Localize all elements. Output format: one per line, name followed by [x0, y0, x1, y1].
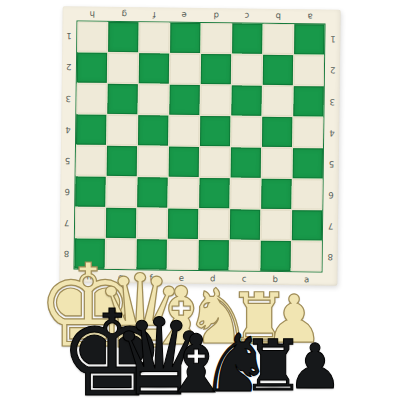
- coordinate-label-3: 3: [326, 86, 338, 117]
- coordinate-label-g: g: [108, 8, 140, 20]
- board-square-b8: [260, 241, 290, 271]
- board-square-e7: [168, 209, 198, 239]
- board-square-f6: [137, 177, 167, 207]
- product-photo: hgfedcba hgfedcba 12345678 12345678 ♚♛♝♞…: [0, 0, 400, 400]
- board-square-h1: [77, 21, 107, 51]
- coordinate-label-5: 5: [62, 145, 74, 176]
- coordinate-label-8: 8: [324, 241, 336, 272]
- rank-labels-right: 12345678: [324, 24, 339, 273]
- board-square-d7: [199, 209, 229, 239]
- coordinate-label-f: f: [140, 8, 169, 20]
- board-square-a2: [294, 55, 324, 85]
- coordinate-label-4: 4: [326, 117, 338, 148]
- board-square-c6: [230, 178, 260, 208]
- coordinate-label-2: 2: [63, 51, 75, 82]
- coordinate-label-6: 6: [325, 179, 337, 210]
- board-square-c4: [231, 116, 261, 146]
- coordinate-label-a: a: [294, 10, 326, 22]
- coordinate-label-5: 5: [326, 148, 338, 179]
- board-square-a1: [294, 24, 324, 54]
- board-square-b6: [261, 179, 291, 209]
- board-square-g7: [106, 208, 136, 238]
- board-square-d1: [201, 23, 231, 53]
- board-square-d6: [199, 178, 229, 208]
- board-square-a6: [292, 179, 322, 209]
- black-pawn-piece: ♟: [287, 336, 343, 398]
- board-square-b7: [261, 210, 291, 240]
- board-square-e1: [170, 23, 200, 53]
- coordinate-label-7: 7: [325, 210, 337, 241]
- board-square-g5: [107, 146, 137, 176]
- board-square-c2: [232, 54, 262, 84]
- board-square-c5: [231, 147, 261, 177]
- coordinate-label-h: h: [77, 7, 109, 19]
- board-square-e5: [169, 147, 199, 177]
- board-square-f5: [138, 146, 168, 176]
- board-square-d5: [200, 147, 230, 177]
- board-square-b4: [262, 117, 292, 147]
- coordinate-label-6: 6: [61, 176, 73, 207]
- board-square-g3: [107, 84, 137, 114]
- board-square-g2: [108, 53, 138, 83]
- board-square-f1: [139, 22, 169, 52]
- board-square-c3: [231, 85, 261, 115]
- board-square-e6: [168, 178, 198, 208]
- board-square-f3: [138, 84, 168, 114]
- coordinate-label-7: 7: [61, 207, 73, 238]
- board-square-d4: [200, 116, 230, 146]
- board-square-f4: [138, 115, 168, 145]
- coordinate-label-b: b: [263, 10, 295, 22]
- board-square-c7: [230, 209, 260, 239]
- board-square-b5: [262, 148, 292, 178]
- board-square-h2: [77, 52, 107, 82]
- board-square-g6: [106, 177, 136, 207]
- coordinate-label-d: d: [200, 9, 232, 21]
- board-square-c1: [232, 23, 262, 53]
- coordinate-label-e: e: [169, 9, 201, 21]
- board-square-f2: [139, 53, 169, 83]
- board-square-b3: [262, 86, 292, 116]
- coordinate-label-1: 1: [63, 20, 75, 51]
- coordinate-label-c: c: [232, 9, 263, 21]
- board-square-h7: [75, 207, 105, 237]
- board-square-a7: [292, 210, 322, 240]
- board-square-h6: [75, 176, 105, 206]
- board-square-e2: [170, 54, 200, 84]
- coordinate-label-4: 4: [62, 114, 74, 145]
- board-square-b2: [263, 55, 293, 85]
- board-square-d3: [200, 85, 230, 115]
- board-square-h4: [76, 114, 106, 144]
- board-square-a3: [293, 86, 323, 116]
- board-square-d8: [198, 240, 228, 270]
- board-square-f7: [137, 208, 167, 238]
- board-square-a5: [293, 148, 323, 178]
- board-square-e3: [169, 85, 199, 115]
- board-square-e4: [169, 116, 199, 146]
- board-square-g4: [107, 115, 137, 145]
- board-square-b1: [263, 24, 293, 54]
- board-square-a8: [291, 241, 321, 271]
- board-square-h3: [76, 83, 106, 113]
- board-square-d2: [201, 54, 231, 84]
- board-square-g1: [108, 22, 138, 52]
- board-square-c8: [229, 240, 259, 270]
- coordinate-label-1: 1: [327, 24, 339, 55]
- board-square-h5: [76, 145, 106, 175]
- chess-board: [73, 20, 325, 272]
- coordinate-label-3: 3: [62, 83, 74, 114]
- coordinate-label-2: 2: [327, 55, 339, 86]
- board-square-a4: [293, 117, 323, 147]
